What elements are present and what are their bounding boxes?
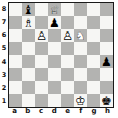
square-a7[interactable]: [9, 16, 22, 29]
square-g8[interactable]: [87, 3, 100, 16]
square-b4[interactable]: [22, 55, 35, 68]
square-g7[interactable]: [87, 16, 100, 29]
file-label-g: g: [88, 108, 101, 118]
square-e6[interactable]: ♟♙: [61, 29, 74, 42]
square-b1[interactable]: [22, 94, 35, 107]
piece-white-bishop[interactable]: ♝♗: [23, 17, 35, 29]
file-label-d: d: [48, 108, 61, 118]
square-a2[interactable]: [9, 81, 22, 94]
rank-label-8: 8: [0, 2, 8, 15]
square-h3[interactable]: [100, 68, 113, 81]
square-a6[interactable]: [9, 29, 22, 42]
square-e1[interactable]: [61, 94, 74, 107]
square-e8[interactable]: [61, 3, 74, 16]
file-label-h: h: [101, 108, 114, 118]
rank-label-6: 6: [0, 29, 8, 42]
square-a1[interactable]: [9, 94, 22, 107]
square-e2[interactable]: [61, 81, 74, 94]
board: ♝♛♕♝♗♟♟♙♟♙♞♘♟♚♔♚: [8, 2, 114, 108]
square-h7[interactable]: [100, 16, 113, 29]
file-labels: abcdefgh: [8, 108, 114, 118]
square-c7[interactable]: [35, 16, 48, 29]
file-label-b: b: [21, 108, 34, 118]
square-c4[interactable]: [35, 55, 48, 68]
square-f4[interactable]: [74, 55, 87, 68]
piece-black-pawn[interactable]: ♟: [101, 56, 113, 68]
square-b2[interactable]: [22, 81, 35, 94]
square-e3[interactable]: [61, 68, 74, 81]
square-d4[interactable]: [48, 55, 61, 68]
square-f6[interactable]: ♞♘: [74, 29, 87, 42]
square-d7[interactable]: ♟: [48, 16, 61, 29]
file-label-e: e: [61, 108, 74, 118]
square-f5[interactable]: [74, 42, 87, 55]
square-h6[interactable]: [100, 29, 113, 42]
square-a4[interactable]: [9, 55, 22, 68]
square-e7[interactable]: [61, 16, 74, 29]
piece-outline: ♘: [75, 30, 87, 42]
square-g1[interactable]: [87, 94, 100, 107]
square-h5[interactable]: [100, 42, 113, 55]
square-g6[interactable]: [87, 29, 100, 42]
square-g2[interactable]: [87, 81, 100, 94]
rank-labels: 87654321: [0, 2, 8, 108]
square-b7[interactable]: ♝♗: [22, 16, 35, 29]
square-a3[interactable]: [9, 68, 22, 81]
square-g5[interactable]: [87, 42, 100, 55]
square-c6[interactable]: ♟♙: [35, 29, 48, 42]
square-f3[interactable]: [74, 68, 87, 81]
file-label-a: a: [8, 108, 21, 118]
square-d3[interactable]: [48, 68, 61, 81]
square-c1[interactable]: [35, 94, 48, 107]
square-f2[interactable]: [74, 81, 87, 94]
piece-black-king[interactable]: ♚: [101, 95, 113, 107]
square-b8[interactable]: ♝: [22, 3, 35, 16]
file-label-f: f: [74, 108, 87, 118]
file-label-c: c: [35, 108, 48, 118]
square-e4[interactable]: [61, 55, 74, 68]
piece-outline: ♙: [36, 30, 48, 42]
square-h2[interactable]: [100, 81, 113, 94]
piece-outline: ♕: [49, 4, 61, 16]
square-f8[interactable]: [74, 3, 87, 16]
piece-white-pawn[interactable]: ♟♙: [36, 30, 48, 42]
square-d5[interactable]: [48, 42, 61, 55]
piece-black-pawn[interactable]: ♟: [49, 17, 61, 29]
square-h8[interactable]: [100, 3, 113, 16]
piece-white-pawn[interactable]: ♟♙: [62, 30, 74, 42]
rank-label-7: 7: [0, 15, 8, 28]
square-a5[interactable]: [9, 42, 22, 55]
square-d1[interactable]: [48, 94, 61, 107]
piece-outline: ♙: [62, 30, 74, 42]
square-b5[interactable]: [22, 42, 35, 55]
square-f1[interactable]: ♚♔: [74, 94, 87, 107]
rank-label-1: 1: [0, 95, 8, 108]
chess-diagram: 87654321 ♝♛♕♝♗♟♟♙♟♙♞♘♟♚♔♚ abcdefgh: [0, 0, 118, 118]
square-h1[interactable]: ♚: [100, 94, 113, 107]
piece-white-queen[interactable]: ♛♕: [49, 4, 61, 16]
square-c2[interactable]: [35, 81, 48, 94]
square-d2[interactable]: [48, 81, 61, 94]
square-c3[interactable]: [35, 68, 48, 81]
rank-label-4: 4: [0, 55, 8, 68]
square-e5[interactable]: [61, 42, 74, 55]
rank-label-5: 5: [0, 42, 8, 55]
rank-label-3: 3: [0, 68, 8, 81]
square-c5[interactable]: [35, 42, 48, 55]
piece-black-bishop[interactable]: ♝: [23, 4, 35, 16]
square-f7[interactable]: [74, 16, 87, 29]
square-d8[interactable]: ♛♕: [48, 3, 61, 16]
square-d6[interactable]: [48, 29, 61, 42]
square-c8[interactable]: [35, 3, 48, 16]
square-a8[interactable]: [9, 3, 22, 16]
piece-outline: ♔: [75, 95, 87, 107]
square-b6[interactable]: [22, 29, 35, 42]
piece-white-knight[interactable]: ♞♘: [75, 30, 87, 42]
rank-label-2: 2: [0, 82, 8, 95]
piece-outline: ♗: [23, 17, 35, 29]
square-h4[interactable]: ♟: [100, 55, 113, 68]
piece-white-king[interactable]: ♚♔: [75, 95, 87, 107]
square-g3[interactable]: [87, 68, 100, 81]
square-b3[interactable]: [22, 68, 35, 81]
square-g4[interactable]: [87, 55, 100, 68]
